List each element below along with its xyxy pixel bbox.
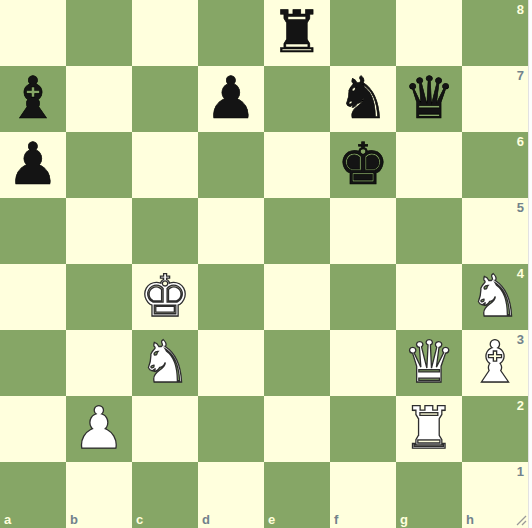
square-f8[interactable] — [330, 0, 396, 66]
square-h3[interactable]: ♝3 — [462, 330, 528, 396]
square-a2[interactable] — [0, 396, 66, 462]
square-g7[interactable]: ♛ — [396, 66, 462, 132]
square-d8[interactable] — [198, 0, 264, 66]
square-h7[interactable]: 7 — [462, 66, 528, 132]
square-e3[interactable] — [264, 330, 330, 396]
square-e8[interactable]: ♜ — [264, 0, 330, 66]
rank-label-5: 5 — [517, 201, 524, 214]
square-d5[interactable] — [198, 198, 264, 264]
square-b1[interactable]: b — [66, 462, 132, 528]
black-king[interactable]: ♚ — [337, 135, 389, 193]
square-b2[interactable]: ♟ — [66, 396, 132, 462]
rank-label-2: 2 — [517, 399, 524, 412]
rank-label-6: 6 — [517, 135, 524, 148]
square-h8[interactable]: 8 — [462, 0, 528, 66]
white-rook[interactable]: ♜ — [403, 399, 455, 457]
square-e4[interactable] — [264, 264, 330, 330]
file-label-g: g — [400, 513, 408, 526]
rank-label-7: 7 — [517, 69, 524, 82]
rank-label-8: 8 — [517, 3, 524, 16]
square-f1[interactable]: f — [330, 462, 396, 528]
square-a8[interactable] — [0, 0, 66, 66]
square-g4[interactable] — [396, 264, 462, 330]
square-a1[interactable]: a — [0, 462, 66, 528]
square-c6[interactable] — [132, 132, 198, 198]
square-d4[interactable] — [198, 264, 264, 330]
chess-board: ♜8♝♟♞♛7♟♚65♚♞4♞♛♝3♟♜2abcdefg1h — [0, 0, 528, 528]
square-d2[interactable] — [198, 396, 264, 462]
square-a6[interactable]: ♟ — [0, 132, 66, 198]
file-label-c: c — [136, 513, 143, 526]
white-queen[interactable]: ♛ — [403, 333, 455, 391]
square-b7[interactable] — [66, 66, 132, 132]
square-b3[interactable] — [66, 330, 132, 396]
square-f2[interactable] — [330, 396, 396, 462]
square-f6[interactable]: ♚ — [330, 132, 396, 198]
square-c8[interactable] — [132, 0, 198, 66]
rank-label-1: 1 — [517, 465, 524, 478]
black-bishop[interactable]: ♝ — [7, 69, 59, 127]
square-a3[interactable] — [0, 330, 66, 396]
square-g8[interactable] — [396, 0, 462, 66]
square-h5[interactable]: 5 — [462, 198, 528, 264]
square-e5[interactable] — [264, 198, 330, 264]
square-f4[interactable] — [330, 264, 396, 330]
square-g5[interactable] — [396, 198, 462, 264]
square-f7[interactable]: ♞ — [330, 66, 396, 132]
square-c3[interactable]: ♞ — [132, 330, 198, 396]
black-pawn[interactable]: ♟ — [205, 69, 257, 127]
square-f3[interactable] — [330, 330, 396, 396]
black-knight[interactable]: ♞ — [337, 69, 389, 127]
square-h2[interactable]: 2 — [462, 396, 528, 462]
square-e6[interactable] — [264, 132, 330, 198]
square-c2[interactable] — [132, 396, 198, 462]
square-d1[interactable]: d — [198, 462, 264, 528]
black-pawn[interactable]: ♟ — [7, 135, 59, 193]
white-king[interactable]: ♚ — [139, 267, 191, 325]
square-a4[interactable] — [0, 264, 66, 330]
square-e2[interactable] — [264, 396, 330, 462]
square-b5[interactable] — [66, 198, 132, 264]
square-h4[interactable]: ♞4 — [462, 264, 528, 330]
file-label-a: a — [4, 513, 11, 526]
file-label-b: b — [70, 513, 78, 526]
white-pawn[interactable]: ♟ — [73, 399, 125, 457]
square-c5[interactable] — [132, 198, 198, 264]
square-e1[interactable]: e — [264, 462, 330, 528]
rank-label-4: 4 — [517, 267, 524, 280]
square-h6[interactable]: 6 — [462, 132, 528, 198]
square-b4[interactable] — [66, 264, 132, 330]
square-c7[interactable] — [132, 66, 198, 132]
square-b8[interactable] — [66, 0, 132, 66]
square-a7[interactable]: ♝ — [0, 66, 66, 132]
file-label-e: e — [268, 513, 275, 526]
file-label-d: d — [202, 513, 210, 526]
square-g6[interactable] — [396, 132, 462, 198]
square-g1[interactable]: g — [396, 462, 462, 528]
chess-app: ♜8♝♟♞♛7♟♚65♚♞4♞♛♝3♟♜2abcdefg1h — [0, 0, 532, 528]
resize-handle-icon[interactable] — [515, 514, 527, 526]
square-g3[interactable]: ♛ — [396, 330, 462, 396]
black-queen[interactable]: ♛ — [403, 69, 455, 127]
rank-label-3: 3 — [517, 333, 524, 346]
square-f5[interactable] — [330, 198, 396, 264]
file-label-h: h — [466, 513, 474, 526]
black-rook[interactable]: ♜ — [271, 3, 323, 61]
white-bishop[interactable]: ♝ — [469, 333, 521, 391]
square-e7[interactable] — [264, 66, 330, 132]
page-gutter — [528, 0, 532, 528]
file-label-f: f — [334, 513, 338, 526]
square-d7[interactable]: ♟ — [198, 66, 264, 132]
square-c4[interactable]: ♚ — [132, 264, 198, 330]
square-g2[interactable]: ♜ — [396, 396, 462, 462]
square-b6[interactable] — [66, 132, 132, 198]
square-d6[interactable] — [198, 132, 264, 198]
square-a5[interactable] — [0, 198, 66, 264]
white-knight[interactable]: ♞ — [469, 267, 521, 325]
square-d3[interactable] — [198, 330, 264, 396]
white-knight[interactable]: ♞ — [139, 333, 191, 391]
square-c1[interactable]: c — [132, 462, 198, 528]
